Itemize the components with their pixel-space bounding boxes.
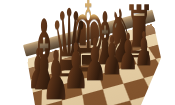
pieces-layer: ♜♞♝♟♟♚♟♛♟♟♟♝♟ bbox=[0, 0, 175, 105]
chess-set-photo: ♜♞♝♟♟♚♟♛♟♟♟♝♟ bbox=[0, 0, 175, 105]
chess-piece-pawn: ♟ bbox=[42, 42, 70, 105]
